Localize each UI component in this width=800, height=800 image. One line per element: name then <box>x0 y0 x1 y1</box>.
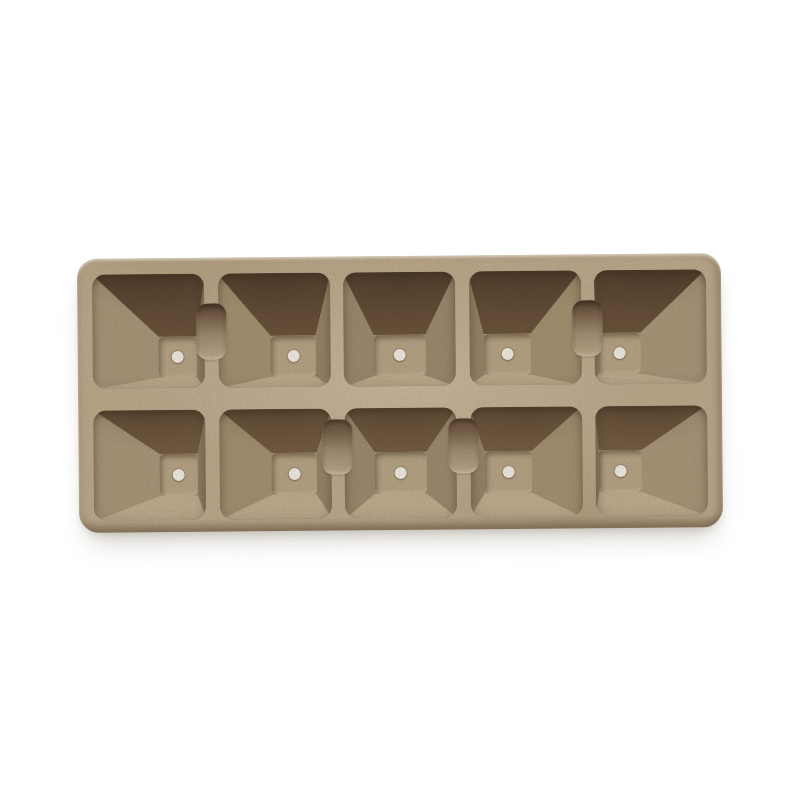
seed-cell-r2c5 <box>595 405 708 516</box>
photo-canvas <box>0 0 800 800</box>
cell-floor <box>271 335 316 376</box>
seed-cell-r1c1 <box>92 274 205 389</box>
seed-cell-r2c4 <box>470 406 583 517</box>
cell-floor <box>272 453 317 495</box>
cell-floor <box>485 451 532 493</box>
drainage-hole <box>501 348 513 360</box>
seed-cell-r1c2 <box>217 273 330 388</box>
drainage-hole <box>395 467 407 479</box>
pulp-seed-tray <box>77 253 723 533</box>
drainage-hole <box>287 350 299 362</box>
cell-floor <box>159 336 197 377</box>
cell-floor <box>484 334 531 375</box>
drainage-hole <box>613 347 625 359</box>
seed-cell-r2c1 <box>93 410 206 521</box>
divider-notch-r2-c34 <box>448 418 478 473</box>
drainage-hole <box>394 349 406 361</box>
divider-notch-r2-c23 <box>322 419 352 474</box>
seed-cell-r2c3 <box>344 408 457 519</box>
cell-floor <box>374 334 426 375</box>
divider-notch-r1-c12 <box>196 304 226 360</box>
cell-floor <box>599 450 642 492</box>
drainage-hole <box>172 351 184 363</box>
cell-floor <box>160 454 198 496</box>
divider-notch-r1-c45 <box>572 300 602 356</box>
seed-cell-r1c5 <box>594 269 707 384</box>
seed-cell-r2c2 <box>219 409 332 520</box>
cell-floor <box>598 333 641 374</box>
cell-floor <box>375 452 427 494</box>
seed-cell-r1c3 <box>343 272 456 387</box>
drainage-hole <box>614 465 626 477</box>
drainage-hole <box>173 469 185 481</box>
drainage-hole <box>288 468 300 480</box>
drainage-hole <box>502 466 514 478</box>
seed-cell-r1c4 <box>468 270 581 385</box>
